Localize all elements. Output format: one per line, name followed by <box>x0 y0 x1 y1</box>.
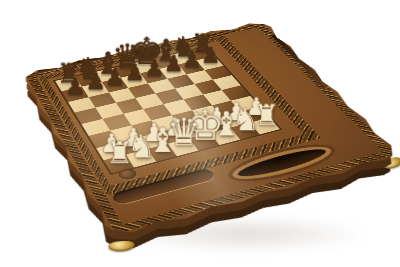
product-photo-scene: ♜♞♝♛♚♝♞♜♟♟♟♟♟♟♟♟♟♟♟♟♟♟♟♟♜♞♝♛♚♝♞♜ <box>0 0 400 267</box>
chess-backgammon-case: ♜♞♝♛♚♝♞♜♟♟♟♟♟♟♟♟♟♟♟♟♟♟♟♟♜♞♝♛♚♝♞♜ <box>14 17 400 245</box>
black-pawn-a7: ♟ <box>56 75 95 99</box>
scene-3d: ♜♞♝♛♚♝♞♜♟♟♟♟♟♟♟♟♟♟♟♟♟♟♟♟♜♞♝♛♚♝♞♜ <box>0 0 400 267</box>
white-rook-a1: ♜ <box>98 138 141 168</box>
brass-clasp-icon-left <box>108 240 134 252</box>
